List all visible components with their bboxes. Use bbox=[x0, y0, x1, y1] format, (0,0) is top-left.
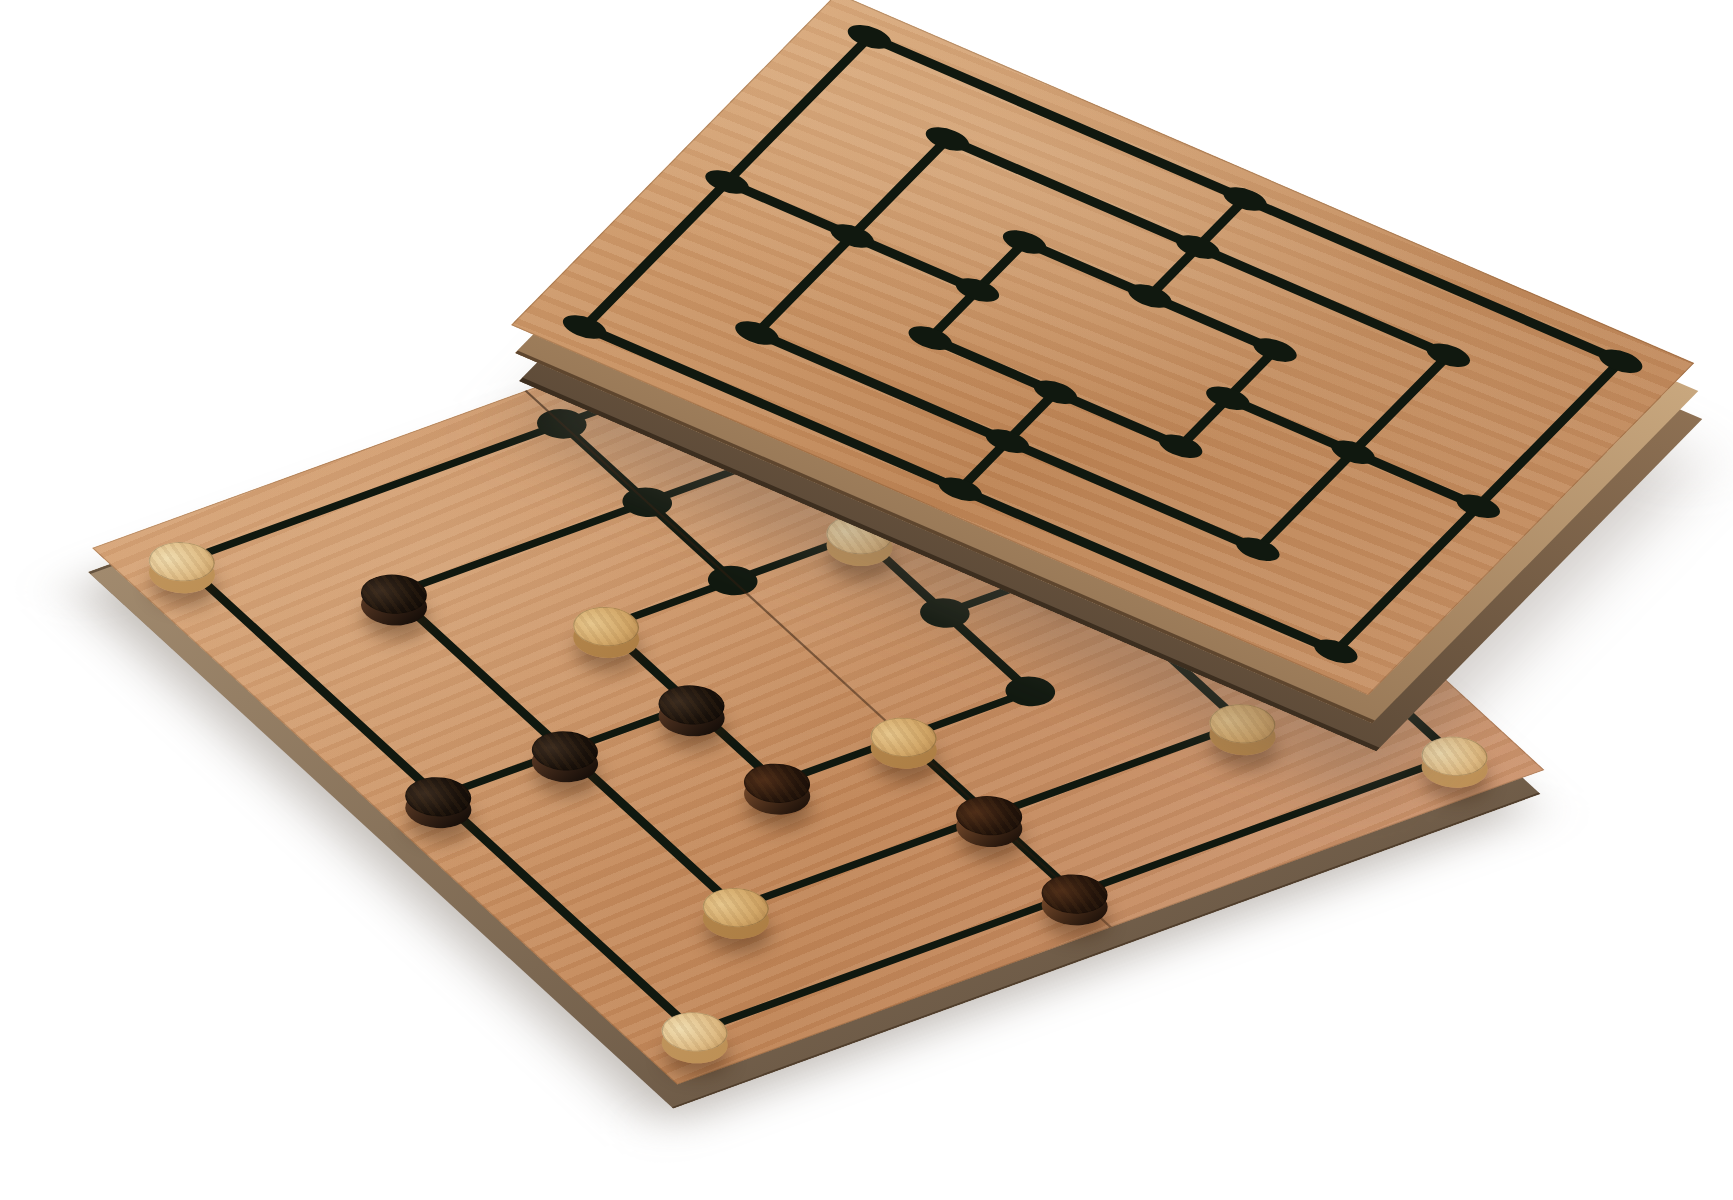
product-photo-scene: Two wooden Nine Men's Morris (Muehle) fo… bbox=[0, 0, 1733, 1200]
piece-light-a7[interactable] bbox=[136, 535, 228, 589]
